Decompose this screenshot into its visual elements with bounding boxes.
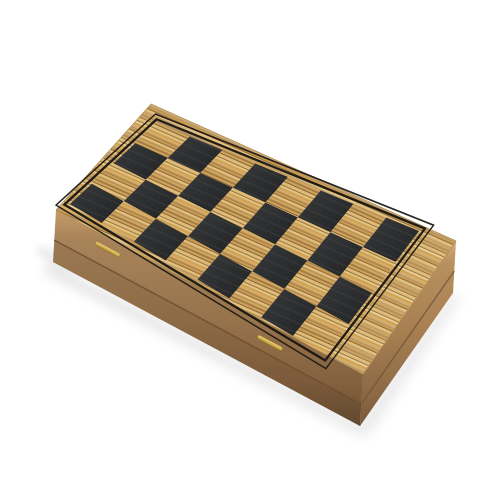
- photo-folded-chess-box: [0, 0, 500, 500]
- chess-box-image: [0, 0, 500, 500]
